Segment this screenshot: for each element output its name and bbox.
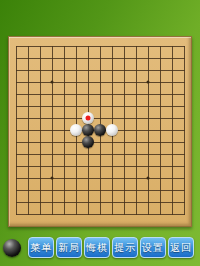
hint-button[interactable]: 提示 [112,237,138,258]
star-point [51,177,54,180]
white-stone [82,112,94,124]
gomoku-board[interactable] [8,36,192,227]
star-point [51,81,54,84]
last-move-marker [86,116,91,121]
new-game-button[interactable]: 新局 [56,237,82,258]
settings-button[interactable]: 设置 [140,237,166,258]
black-stone [82,136,94,148]
white-stone [70,124,82,136]
gomoku-app-screen: 菜单 新局 悔棋 提示 设置 返回 [0,0,200,266]
undo-button[interactable]: 悔棋 [84,237,110,258]
star-point [147,177,150,180]
back-button[interactable]: 返回 [168,237,194,258]
board-grid [16,46,185,215]
bottom-toolbar: 菜单 新局 悔棋 提示 设置 返回 [28,237,194,258]
black-stone [94,124,106,136]
turn-indicator-black-stone [3,239,21,257]
white-stone [106,124,118,136]
menu-button[interactable]: 菜单 [28,237,54,258]
star-point [147,81,150,84]
black-stone [82,124,94,136]
